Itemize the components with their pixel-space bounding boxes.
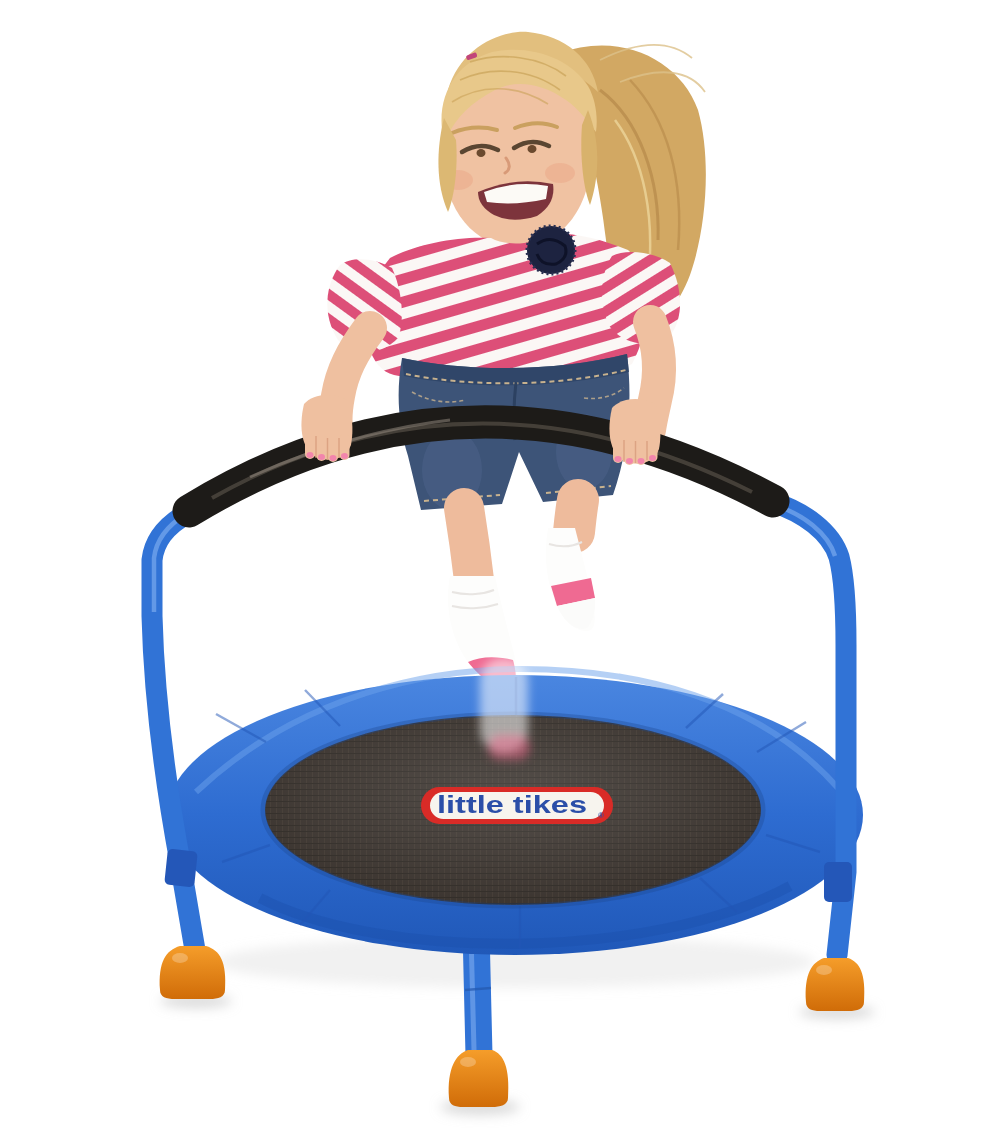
calf-left bbox=[464, 508, 474, 580]
cheek-blush-right bbox=[545, 163, 575, 183]
trampoline-foot-center bbox=[449, 1050, 509, 1107]
logo-registered-mark: ® bbox=[598, 811, 604, 820]
tube-clamp-right bbox=[824, 862, 852, 902]
logo-text: little tikes bbox=[437, 791, 587, 818]
hand-right bbox=[609, 399, 660, 465]
flower-rosette bbox=[527, 226, 575, 274]
foot-highlight-center bbox=[460, 1057, 476, 1067]
foot-highlight-right bbox=[816, 965, 832, 975]
trampoline-foot-right bbox=[806, 958, 865, 1011]
tube-clamp-left bbox=[164, 849, 198, 888]
foot-highlight-left bbox=[172, 953, 188, 963]
scene-illustration: little tikes ® bbox=[0, 0, 1000, 1141]
hand-left bbox=[301, 395, 352, 462]
trampoline-foot-left bbox=[160, 946, 226, 999]
product-photo: little tikes ® bbox=[0, 0, 1000, 1141]
pupil-right bbox=[528, 145, 537, 153]
ghost-foot-motion-blur bbox=[480, 658, 530, 760]
calf-right bbox=[574, 500, 578, 532]
pupil-left bbox=[477, 149, 486, 157]
brand-logo: little tikes ® bbox=[421, 787, 613, 824]
